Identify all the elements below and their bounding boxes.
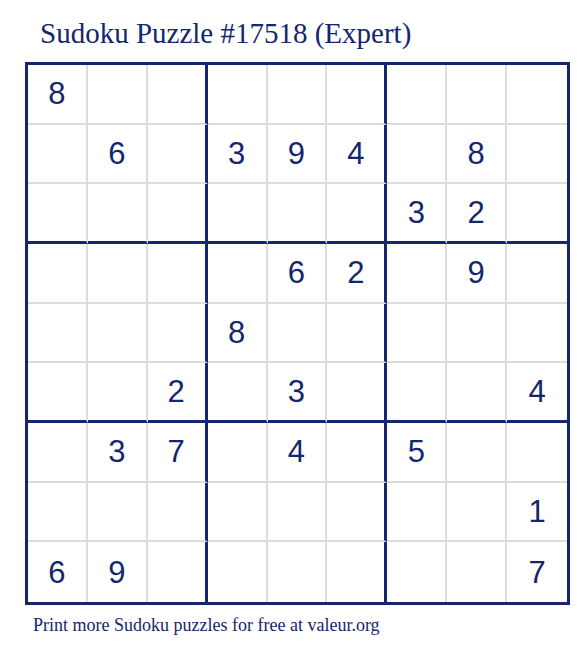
sudoku-cell-r1c1: 8 [28, 65, 88, 125]
sudoku-cell-r6c6 [327, 363, 387, 423]
sudoku-cell-r8c8 [447, 483, 507, 543]
sudoku-cell-r7c2: 3 [88, 423, 148, 483]
sudoku-cell-r7c5: 4 [268, 423, 328, 483]
sudoku-cell-r9c9: 7 [507, 542, 567, 602]
sudoku-cell-r1c5 [268, 65, 328, 125]
sudoku-cell-r3c5 [268, 184, 328, 244]
sudoku-cell-r2c3 [148, 125, 208, 185]
sudoku-cell-r9c4 [208, 542, 268, 602]
sudoku-cell-r2c4: 3 [208, 125, 268, 185]
sudoku-cell-r9c1: 6 [28, 542, 88, 602]
sudoku-cell-r2c6: 4 [327, 125, 387, 185]
sudoku-page: Sudoku Puzzle #17518 (Expert) 8639483262… [0, 0, 580, 651]
sudoku-cell-r8c1 [28, 483, 88, 543]
sudoku-cell-r5c2 [88, 304, 148, 364]
sudoku-cell-r7c9 [507, 423, 567, 483]
sudoku-cell-r3c8: 2 [447, 184, 507, 244]
sudoku-cell-r9c6 [327, 542, 387, 602]
sudoku-cell-r6c9: 4 [507, 363, 567, 423]
sudoku-cell-r6c5: 3 [268, 363, 328, 423]
sudoku-cell-r2c8: 8 [447, 125, 507, 185]
sudoku-cell-r4c3 [148, 244, 208, 304]
sudoku-cell-r4c5: 6 [268, 244, 328, 304]
sudoku-cell-r8c6 [327, 483, 387, 543]
sudoku-cell-r4c1 [28, 244, 88, 304]
sudoku-cell-r4c6: 2 [327, 244, 387, 304]
sudoku-cell-r8c3 [148, 483, 208, 543]
sudoku-cell-r6c8 [447, 363, 507, 423]
sudoku-cell-r1c2 [88, 65, 148, 125]
sudoku-cell-r7c1 [28, 423, 88, 483]
sudoku-cell-r8c4 [208, 483, 268, 543]
sudoku-cell-r1c4 [208, 65, 268, 125]
sudoku-cell-r2c7 [387, 125, 447, 185]
sudoku-cell-r5c4: 8 [208, 304, 268, 364]
sudoku-cell-r1c3 [148, 65, 208, 125]
sudoku-cell-r9c8 [447, 542, 507, 602]
sudoku-board: 86394832629823437451697 [25, 62, 570, 605]
footer-text: Print more Sudoku puzzles for free at va… [33, 615, 380, 636]
sudoku-cell-r8c5 [268, 483, 328, 543]
sudoku-cell-r3c3 [148, 184, 208, 244]
sudoku-cell-r5c7 [387, 304, 447, 364]
sudoku-cell-r6c2 [88, 363, 148, 423]
sudoku-cell-r3c2 [88, 184, 148, 244]
sudoku-cell-r4c7 [387, 244, 447, 304]
sudoku-cell-r2c5: 9 [268, 125, 328, 185]
sudoku-cell-r8c2 [88, 483, 148, 543]
sudoku-cell-r6c4 [208, 363, 268, 423]
sudoku-cell-r5c5 [268, 304, 328, 364]
sudoku-cell-r1c9 [507, 65, 567, 125]
sudoku-cell-r1c6 [327, 65, 387, 125]
sudoku-cell-r8c7 [387, 483, 447, 543]
sudoku-cell-r4c9 [507, 244, 567, 304]
sudoku-cell-r7c7: 5 [387, 423, 447, 483]
sudoku-cell-r3c6 [327, 184, 387, 244]
sudoku-cell-r9c7 [387, 542, 447, 602]
sudoku-cell-r7c8 [447, 423, 507, 483]
sudoku-cell-r3c1 [28, 184, 88, 244]
sudoku-cell-r2c2: 6 [88, 125, 148, 185]
sudoku-cell-r5c8 [447, 304, 507, 364]
sudoku-cell-r9c5 [268, 542, 328, 602]
sudoku-cell-r9c2: 9 [88, 542, 148, 602]
sudoku-cell-r7c6 [327, 423, 387, 483]
sudoku-cell-r4c2 [88, 244, 148, 304]
sudoku-cell-r1c7 [387, 65, 447, 125]
sudoku-cell-r5c9 [507, 304, 567, 364]
sudoku-cell-r5c1 [28, 304, 88, 364]
sudoku-cell-r6c3: 2 [148, 363, 208, 423]
sudoku-cell-r1c8 [447, 65, 507, 125]
sudoku-cell-r4c4 [208, 244, 268, 304]
sudoku-cell-r8c9: 1 [507, 483, 567, 543]
page-title: Sudoku Puzzle #17518 (Expert) [40, 17, 411, 50]
sudoku-cell-r3c4 [208, 184, 268, 244]
sudoku-cell-r9c3 [148, 542, 208, 602]
sudoku-cell-r6c7 [387, 363, 447, 423]
sudoku-cell-r4c8: 9 [447, 244, 507, 304]
sudoku-cell-r5c3 [148, 304, 208, 364]
sudoku-cell-r6c1 [28, 363, 88, 423]
sudoku-cell-r2c1 [28, 125, 88, 185]
sudoku-cell-r5c6 [327, 304, 387, 364]
sudoku-cell-r7c3: 7 [148, 423, 208, 483]
sudoku-cell-r2c9 [507, 125, 567, 185]
sudoku-cell-r7c4 [208, 423, 268, 483]
sudoku-cell-r3c7: 3 [387, 184, 447, 244]
sudoku-cell-r3c9 [507, 184, 567, 244]
